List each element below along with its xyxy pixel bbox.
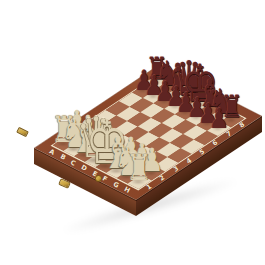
brass-hinge-icon [16, 127, 29, 137]
chess-set-photo: ABCDEFGH12345678 ♜♞♝♛♚♝♞♜♟♟♟♟♟♟♟♟♟♟♟♟♟♟♟… [0, 0, 265, 265]
board-grid [53, 75, 245, 189]
brass-knob-icon [95, 175, 102, 182]
